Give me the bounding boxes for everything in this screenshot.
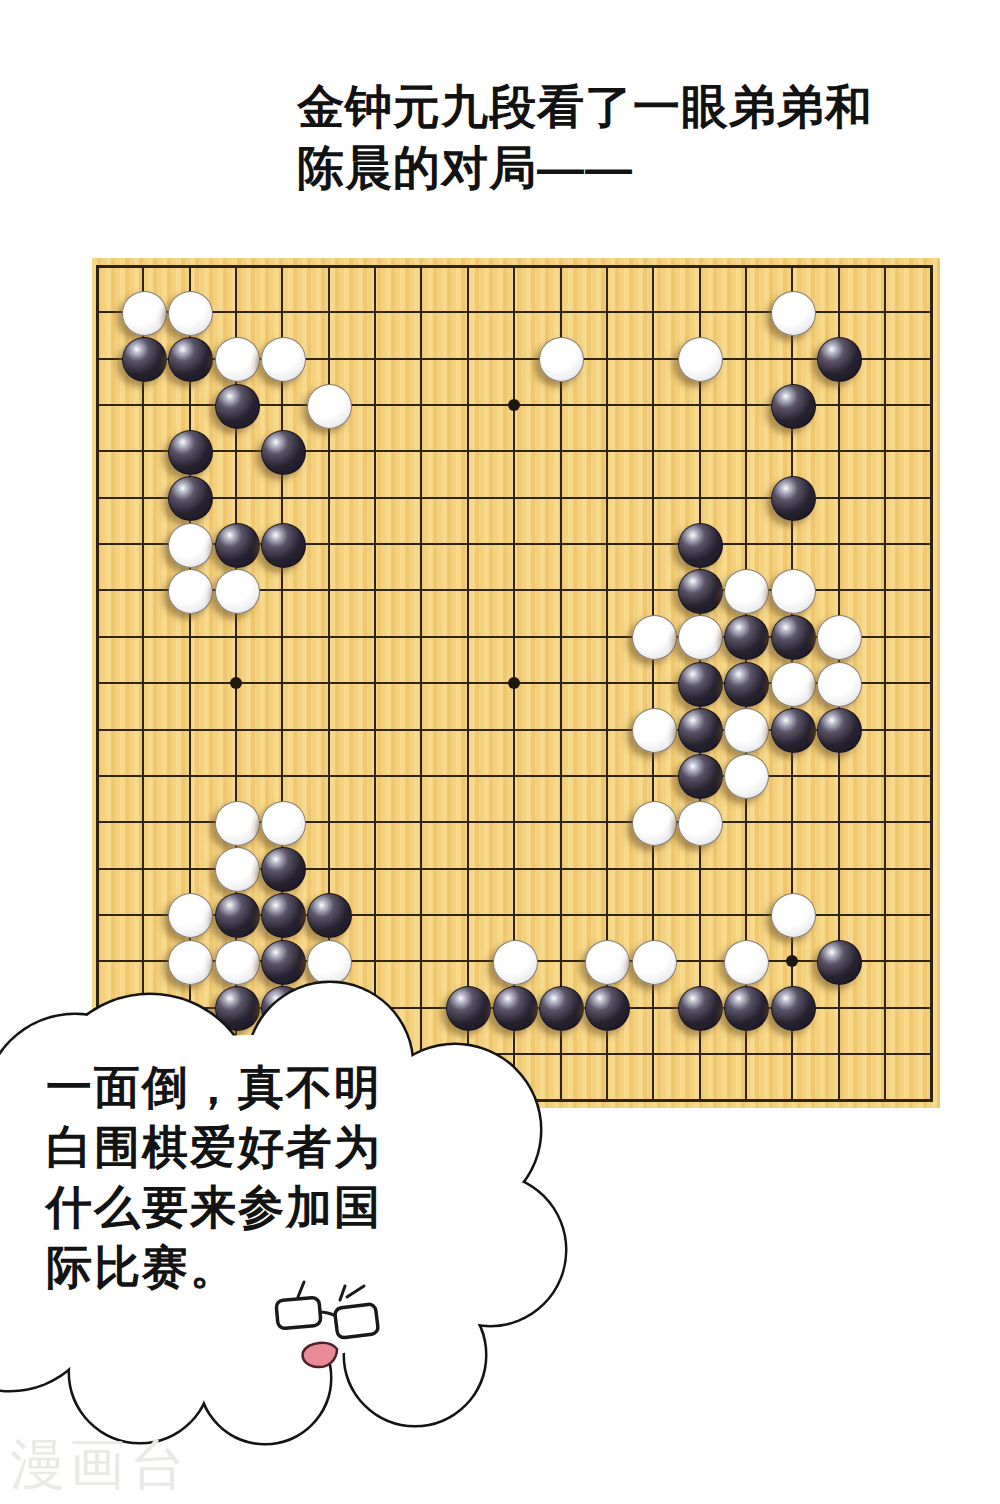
stone-white <box>724 754 769 799</box>
stone-white <box>678 337 723 382</box>
bubble-line-1: 一面倒，真不明 <box>46 1057 486 1117</box>
stone-black <box>724 615 769 660</box>
grid-line-v <box>884 265 886 1102</box>
glasses-left-lens-icon <box>276 1297 321 1329</box>
stone-white <box>632 708 677 753</box>
manga-panel: 金钟元九段看了一眼弟弟和 陈晨的对局—— <box>0 0 1000 1504</box>
stone-black <box>261 523 306 568</box>
stone-white <box>817 662 862 707</box>
stone-black <box>678 986 723 1031</box>
narration-text: 金钟元九段看了一眼弟弟和 陈晨的对局—— <box>297 76 873 198</box>
narration-line-2: 陈晨的对局—— <box>297 137 873 198</box>
stone-black <box>261 893 306 938</box>
stone-black <box>771 476 816 521</box>
stone-white <box>724 940 769 985</box>
stone-black <box>678 708 723 753</box>
stone-white <box>307 384 352 429</box>
stone-black <box>215 893 260 938</box>
stone-white <box>215 569 260 614</box>
stone-white <box>168 523 213 568</box>
grid-line-v <box>930 265 933 1102</box>
stone-white <box>632 940 677 985</box>
stone-white <box>678 615 723 660</box>
stone-white <box>632 801 677 846</box>
stone-black <box>771 986 816 1031</box>
stone-black <box>678 754 723 799</box>
stone-black <box>215 384 260 429</box>
stone-white <box>122 291 167 336</box>
star-point <box>508 399 520 411</box>
stone-black <box>724 662 769 707</box>
bubble-line-3: 什么要来参加国 <box>46 1177 486 1237</box>
star-point <box>230 677 242 689</box>
stone-white <box>771 291 816 336</box>
mouth-icon <box>303 1343 337 1367</box>
star-point <box>508 677 520 689</box>
stone-black <box>678 523 723 568</box>
stone-white <box>168 893 213 938</box>
stone-white <box>678 801 723 846</box>
stone-white <box>724 708 769 753</box>
stone-black <box>168 476 213 521</box>
stone-white <box>215 801 260 846</box>
watermark: 漫画台 <box>10 1428 190 1502</box>
stone-black <box>261 847 306 892</box>
stone-white <box>771 569 816 614</box>
stone-black <box>817 337 862 382</box>
stone-black <box>168 337 213 382</box>
stone-white <box>632 615 677 660</box>
speech-bubble-text: 一面倒，真不明 白围棋爱好者为 什么要来参加国 际比赛。 <box>46 1057 486 1297</box>
grid-line-h <box>96 775 933 777</box>
stone-black <box>215 523 260 568</box>
stone-black <box>771 384 816 429</box>
stone-black <box>678 662 723 707</box>
stone-white <box>539 337 584 382</box>
stone-black <box>122 337 167 382</box>
stone-black <box>724 986 769 1031</box>
stone-white <box>817 615 862 660</box>
stone-white <box>168 569 213 614</box>
stone-white <box>771 662 816 707</box>
stone-white <box>724 569 769 614</box>
stone-black <box>817 708 862 753</box>
stone-white <box>215 337 260 382</box>
stone-white <box>771 893 816 938</box>
star-point <box>786 955 798 967</box>
bubble-line-4: 际比赛。 <box>46 1237 486 1297</box>
stone-black <box>261 430 306 475</box>
stone-white <box>168 291 213 336</box>
stone-white <box>261 337 306 382</box>
stone-black <box>307 893 352 938</box>
stone-black <box>168 430 213 475</box>
stone-black <box>771 708 816 753</box>
stone-black <box>771 615 816 660</box>
stone-black <box>817 940 862 985</box>
bubble-line-2: 白围棋爱好者为 <box>46 1117 486 1177</box>
stone-black <box>678 569 723 614</box>
stone-white <box>215 847 260 892</box>
narration-line-1: 金钟元九段看了一眼弟弟和 <box>297 76 873 137</box>
glasses-right-lens-icon <box>334 1304 378 1339</box>
stone-white <box>261 801 306 846</box>
